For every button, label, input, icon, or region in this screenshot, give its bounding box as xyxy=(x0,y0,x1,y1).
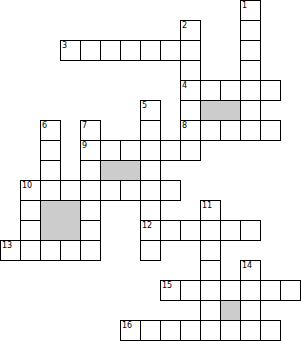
cell-r6-c13[interactable] xyxy=(260,120,281,141)
cell-r4-c13[interactable] xyxy=(260,80,281,101)
cell-r7-c8[interactable] xyxy=(160,140,181,161)
cell-r16-c7[interactable] xyxy=(140,320,161,341)
cell-r0-c12[interactable]: 1 xyxy=(240,0,261,21)
cell-r9-c7[interactable] xyxy=(140,180,161,201)
cell-r13-c10[interactable] xyxy=(200,260,221,281)
cell-r16-c9[interactable] xyxy=(180,320,201,341)
cell-r10-c10[interactable]: 11 xyxy=(200,200,221,221)
clue-number-12: 12 xyxy=(142,221,152,230)
cell-r2-c7[interactable] xyxy=(140,40,161,61)
cell-r15-c12[interactable] xyxy=(240,300,261,321)
cell-r6-c10[interactable] xyxy=(200,120,221,141)
clue-number-9: 9 xyxy=(82,141,87,150)
cell-r7-c9[interactable] xyxy=(180,140,201,161)
cell-r11-c9[interactable] xyxy=(180,220,201,241)
clue-number-10: 10 xyxy=(22,181,32,190)
cell-r9-c8[interactable] xyxy=(160,180,181,201)
cell-r5-c12[interactable] xyxy=(240,100,261,121)
cell-r10-c7[interactable] xyxy=(140,200,161,221)
cell-r6-c12[interactable] xyxy=(240,120,261,141)
cell-r7-c2[interactable] xyxy=(40,140,61,161)
cell-r4-c10[interactable] xyxy=(200,80,221,101)
cell-r8-c2[interactable] xyxy=(40,160,61,181)
crossword-grid: 12345678910111213141516 xyxy=(0,0,301,341)
cell-r14-c10[interactable] xyxy=(200,280,221,301)
cell-r16-c6[interactable]: 16 xyxy=(120,320,141,341)
shaded-block-r10-c2 xyxy=(40,200,81,241)
cell-r7-c7[interactable] xyxy=(140,140,161,161)
cell-r2-c8[interactable] xyxy=(160,40,181,61)
cell-r16-c8[interactable] xyxy=(160,320,181,341)
cell-r7-c4[interactable]: 9 xyxy=(80,140,101,161)
cell-r16-c10[interactable] xyxy=(200,320,221,341)
cell-r3-c9[interactable] xyxy=(180,60,201,81)
clue-number-14: 14 xyxy=(242,261,252,270)
cell-r12-c0[interactable]: 13 xyxy=(0,240,21,261)
clue-number-3: 3 xyxy=(62,41,67,50)
clue-number-13: 13 xyxy=(2,241,12,250)
cell-r1-c9[interactable]: 2 xyxy=(180,20,201,41)
cell-r11-c7[interactable]: 12 xyxy=(140,220,161,241)
cell-r2-c6[interactable] xyxy=(120,40,141,61)
cell-r5-c7[interactable]: 5 xyxy=(140,100,161,121)
clue-number-6: 6 xyxy=(42,121,47,130)
shaded-block-r8-c5 xyxy=(100,160,141,181)
cell-r2-c12[interactable] xyxy=(240,40,261,61)
cell-r14-c14[interactable] xyxy=(280,280,301,301)
cell-r14-c9[interactable] xyxy=(180,280,201,301)
cell-r3-c12[interactable] xyxy=(240,60,261,81)
cell-r6-c11[interactable] xyxy=(220,120,241,141)
cell-r12-c2[interactable] xyxy=(40,240,61,261)
cell-r6-c9[interactable]: 8 xyxy=(180,120,201,141)
cell-r11-c1[interactable] xyxy=(20,220,41,241)
cell-r9-c1[interactable]: 10 xyxy=(20,180,41,201)
cell-r16-c11[interactable] xyxy=(220,320,241,341)
cell-r16-c13[interactable] xyxy=(260,320,281,341)
cell-r14-c13[interactable] xyxy=(260,280,281,301)
cell-r9-c4[interactable] xyxy=(80,180,101,201)
cell-r12-c4[interactable] xyxy=(80,240,101,261)
cell-r6-c4[interactable]: 7 xyxy=(80,120,101,141)
clue-number-5: 5 xyxy=(142,101,147,110)
cell-r4-c11[interactable] xyxy=(220,80,241,101)
clue-number-4: 4 xyxy=(182,81,187,90)
cell-r10-c1[interactable] xyxy=(20,200,41,221)
clue-number-1: 1 xyxy=(242,1,247,10)
cell-r7-c5[interactable] xyxy=(100,140,121,161)
cell-r5-c9[interactable] xyxy=(180,100,201,121)
cell-r11-c8[interactable] xyxy=(160,220,181,241)
cell-r4-c12[interactable] xyxy=(240,80,261,101)
cell-r11-c12[interactable] xyxy=(240,220,261,241)
cell-r11-c4[interactable] xyxy=(80,220,101,241)
clue-number-8: 8 xyxy=(182,121,187,130)
cell-r6-c2[interactable]: 6 xyxy=(40,120,61,141)
clue-number-15: 15 xyxy=(162,281,172,290)
cell-r14-c12[interactable] xyxy=(240,280,261,301)
cell-r6-c7[interactable] xyxy=(140,120,161,141)
cell-r13-c12[interactable]: 14 xyxy=(240,260,261,281)
cell-r11-c10[interactable] xyxy=(200,220,221,241)
cell-r7-c6[interactable] xyxy=(120,140,141,161)
shaded-block-r15-c11 xyxy=(220,300,241,321)
cell-r8-c7[interactable] xyxy=(140,160,161,181)
cell-r14-c11[interactable] xyxy=(220,280,241,301)
cell-r12-c3[interactable] xyxy=(60,240,81,261)
cell-r8-c4[interactable] xyxy=(80,160,101,181)
cell-r2-c3[interactable]: 3 xyxy=(60,40,81,61)
clue-number-2: 2 xyxy=(182,21,187,30)
cell-r1-c12[interactable] xyxy=(240,20,261,41)
cell-r2-c5[interactable] xyxy=(100,40,121,61)
cell-r4-c9[interactable]: 4 xyxy=(180,80,201,101)
cell-r9-c5[interactable] xyxy=(100,180,121,201)
clue-number-16: 16 xyxy=(122,321,132,330)
cell-r12-c10[interactable] xyxy=(200,240,221,261)
cell-r16-c12[interactable] xyxy=(240,320,261,341)
cell-r11-c11[interactable] xyxy=(220,220,241,241)
cell-r15-c10[interactable] xyxy=(200,300,221,321)
cell-r2-c4[interactable] xyxy=(80,40,101,61)
cell-r12-c1[interactable] xyxy=(20,240,41,261)
shaded-block-r5-c10 xyxy=(200,100,241,121)
clue-number-11: 11 xyxy=(202,201,212,210)
cell-r9-c3[interactable] xyxy=(60,180,81,201)
cell-r12-c7[interactable] xyxy=(140,240,161,261)
cell-r2-c9[interactable] xyxy=(180,40,201,61)
cell-r9-c6[interactable] xyxy=(120,180,141,201)
cell-r10-c4[interactable] xyxy=(80,200,101,221)
cell-r9-c2[interactable] xyxy=(40,180,61,201)
clue-number-7: 7 xyxy=(82,121,87,130)
cell-r14-c8[interactable]: 15 xyxy=(160,280,181,301)
